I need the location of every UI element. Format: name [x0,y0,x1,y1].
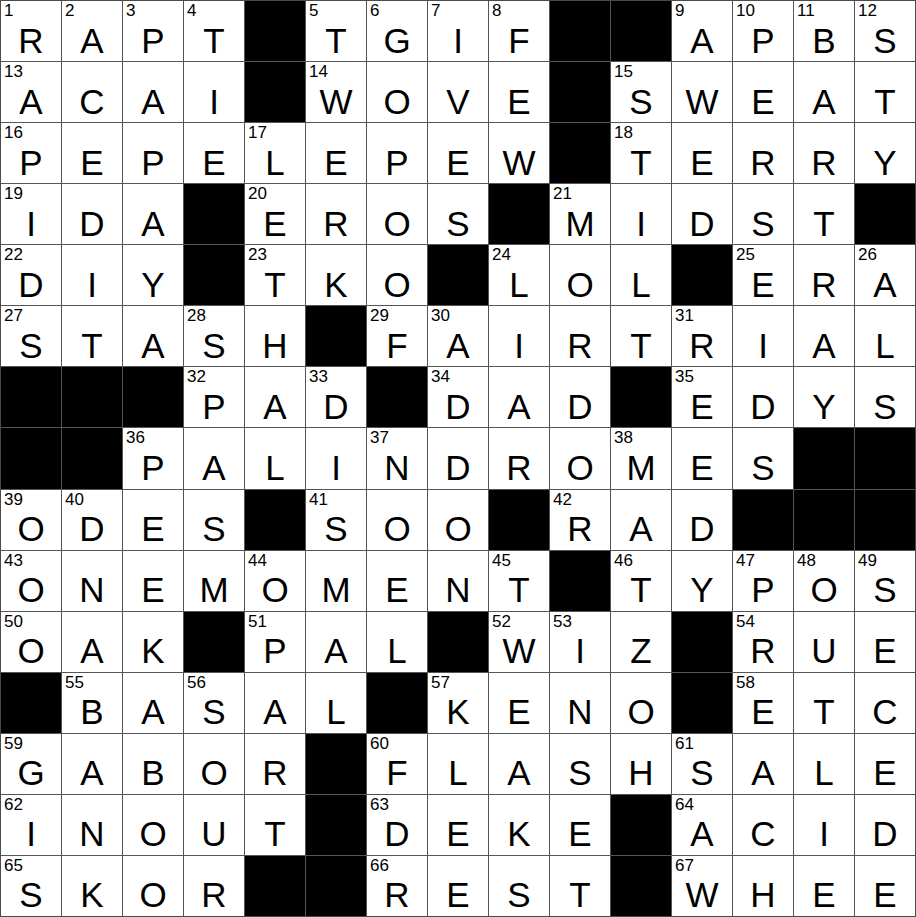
cell-r4c6[interactable]: R [306,184,366,244]
cell-letter: P [1,144,61,183]
cell-letter: E [550,815,610,854]
cell-r7c9[interactable]: A [489,367,549,427]
cell-letter: K [123,632,183,671]
cell-r10c13[interactable]: 47P [733,551,793,611]
cell-r10c11[interactable]: 46T [611,551,671,611]
cell-letter: A [123,83,183,122]
cell-r2c14[interactable]: A [794,62,854,122]
cell-letter: R [245,754,305,793]
cell-r7c4[interactable]: 32P [184,367,244,427]
cell-letter: A [794,327,854,366]
clue-number: 66 [370,857,389,876]
cell-r5c7[interactable]: O [367,245,427,305]
cell-r11c14[interactable]: U [794,612,854,672]
cell-r2c2[interactable]: C [62,62,122,122]
cell-r11c1[interactable]: 50O [1,612,61,672]
cell-r8c7[interactable]: 37N [367,428,427,488]
cell-r5c11[interactable]: L [611,245,671,305]
cell-r8c6[interactable]: I [306,428,366,488]
clue-number: 3 [126,2,135,21]
clue-number: 30 [431,307,450,326]
cell-r4c5[interactable]: 20E [245,184,305,244]
cell-letter: A [245,388,305,427]
cell-r4c10[interactable]: 21M [550,184,610,244]
cell-r2c12[interactable]: W [672,62,732,122]
cell-r15c9[interactable]: S [489,856,549,916]
cell-r9c2[interactable]: 40D [62,490,122,550]
cell-r2c7[interactable]: O [367,62,427,122]
cell-letter: A [672,815,732,854]
cell-r13c7[interactable]: 60F [367,734,427,794]
cell-letter: D [306,388,366,427]
clue-number: 23 [248,246,267,265]
cell-r14c1[interactable]: 62I [1,795,61,855]
cell-r1c4[interactable]: 4T [184,1,244,61]
cell-r14c12[interactable]: 64A [672,795,732,855]
cell-r13c5[interactable]: R [245,734,305,794]
cell-r2c15[interactable]: T [855,62,915,122]
cell-r3c15[interactable]: Y [855,123,915,183]
cell-r9c10[interactable]: 42R [550,490,610,550]
cell-r9c8[interactable]: O [428,490,488,550]
cell-letter: D [62,205,122,244]
cell-letter: O [1,632,61,671]
cell-r6c4[interactable]: 28S [184,306,244,366]
cell-letter: E [428,876,488,915]
cell-r14c7[interactable]: 63D [367,795,427,855]
clue-number: 53 [553,613,572,632]
black-cell-r15c5 [245,856,305,916]
black-cell-r12c12 [672,673,732,733]
cell-r1c13[interactable]: 10P [733,1,793,61]
cell-r8c11[interactable]: 38M [611,428,671,488]
cell-r11c6[interactable]: A [306,612,366,672]
cell-r5c2[interactable]: I [62,245,122,305]
black-cell-r4c15 [855,184,915,244]
cell-letter: A [62,754,122,793]
cell-r3c5[interactable]: 17L [245,123,305,183]
cell-r11c7[interactable]: L [367,612,427,672]
cell-r2c9[interactable]: E [489,62,549,122]
cell-r11c9[interactable]: 52W [489,612,549,672]
cell-letter: I [1,815,61,854]
cell-r6c3[interactable]: A [123,306,183,366]
cell-r8c10[interactable]: O [550,428,610,488]
cell-r13c14[interactable]: L [794,734,854,794]
cell-r2c3[interactable]: A [123,62,183,122]
cell-letter: Y [794,388,854,427]
cell-r12c5[interactable]: A [245,673,305,733]
clue-number: 57 [431,674,450,693]
cell-letter: K [428,693,488,732]
clue-number: 6 [370,2,379,21]
cell-r12c9[interactable]: E [489,673,549,733]
cell-letter: K [489,815,549,854]
cell-r15c3[interactable]: O [123,856,183,916]
cell-r12c8[interactable]: 57K [428,673,488,733]
black-cell-r1c10 [550,1,610,61]
cell-r6c7[interactable]: 29F [367,306,427,366]
cell-r6c8[interactable]: 30A [428,306,488,366]
cell-letter: Z [611,632,671,671]
cell-r10c12[interactable]: Y [672,551,732,611]
cell-r13c11[interactable]: H [611,734,671,794]
cell-r5c14[interactable]: R [794,245,854,305]
cell-letter: C [62,83,122,122]
cell-r1c15[interactable]: 12S [855,1,915,61]
cell-r10c8[interactable]: N [428,551,488,611]
cell-letter: D [672,205,732,244]
cell-letter: E [733,693,793,732]
cell-r11c11[interactable]: Z [611,612,671,672]
cell-r6c2[interactable]: T [62,306,122,366]
clue-number: 61 [675,735,694,754]
cell-letter: I [794,815,854,854]
cell-r12c2[interactable]: 55B [62,673,122,733]
cell-letter: O [245,571,305,610]
cell-r4c14[interactable]: T [794,184,854,244]
clue-number: 32 [187,368,206,387]
cell-r3c3[interactable]: P [123,123,183,183]
cell-letter: N [62,571,122,610]
cell-letter: A [184,449,244,488]
cell-r9c4[interactable]: S [184,490,244,550]
cell-r2c1[interactable]: 13A [1,62,61,122]
cell-letter: A [428,327,488,366]
clue-number: 10 [736,2,755,21]
cell-r7c12[interactable]: 35E [672,367,732,427]
clue-number: 60 [370,735,389,754]
cell-r13c15[interactable]: E [855,734,915,794]
cell-letter: E [62,144,122,183]
cell-r9c6[interactable]: 41S [306,490,366,550]
cell-letter: P [733,22,793,61]
clue-number: 33 [309,368,328,387]
cell-r5c3[interactable]: Y [123,245,183,305]
cell-r9c11[interactable]: A [611,490,671,550]
cell-letter: H [611,754,671,793]
clue-number: 48 [797,552,816,571]
cell-letter: R [733,632,793,671]
cell-letter: B [123,754,183,793]
clue-number: 50 [4,613,23,632]
cell-r14c14[interactable]: I [794,795,854,855]
cell-r2c13[interactable]: E [733,62,793,122]
clue-number: 8 [492,2,501,21]
cell-r9c3[interactable]: E [123,490,183,550]
cell-r2c8[interactable]: V [428,62,488,122]
cell-r3c12[interactable]: E [672,123,732,183]
cell-r8c4[interactable]: A [184,428,244,488]
cell-letter: I [306,449,366,488]
cell-letter: S [672,754,732,793]
cell-r8c5[interactable]: L [245,428,305,488]
cell-r12c14[interactable]: T [794,673,854,733]
cell-letter: T [794,693,854,732]
cell-r8c9[interactable]: R [489,428,549,488]
cell-letter: I [428,22,488,61]
cell-letter: A [245,693,305,732]
black-cell-r2c5 [245,62,305,122]
clue-number: 5 [309,2,318,21]
cell-r11c5[interactable]: 51P [245,612,305,672]
black-cell-r5c12 [672,245,732,305]
cell-r5c6[interactable]: K [306,245,366,305]
cell-r3c13[interactable]: R [733,123,793,183]
cell-r12c6[interactable]: L [306,673,366,733]
cell-letter: E [794,876,854,915]
cell-letter: D [367,815,427,854]
cell-r14c4[interactable]: U [184,795,244,855]
cell-r10c7[interactable]: E [367,551,427,611]
cell-r4c3[interactable]: A [123,184,183,244]
cell-r13c4[interactable]: O [184,734,244,794]
cell-r10c6[interactable]: M [306,551,366,611]
black-cell-r14c11 [611,795,671,855]
cell-r10c15[interactable]: 49S [855,551,915,611]
cell-letter: U [184,815,244,854]
cell-r8c3[interactable]: 36P [123,428,183,488]
black-cell-r15c6 [306,856,366,916]
cell-r7c10[interactable]: D [550,367,610,427]
cell-letter: F [367,754,427,793]
cell-r3c2[interactable]: E [62,123,122,183]
clue-number: 16 [4,124,23,143]
cell-r6c12[interactable]: 31R [672,306,732,366]
cell-r1c9[interactable]: 8F [489,1,549,61]
cell-r3c4[interactable]: E [184,123,244,183]
cell-r4c2[interactable]: D [62,184,122,244]
cell-r15c2[interactable]: K [62,856,122,916]
cell-r9c12[interactable]: D [672,490,732,550]
clue-number: 41 [309,491,328,510]
cell-r14c9[interactable]: K [489,795,549,855]
black-cell-r11c8 [428,612,488,672]
cell-letter: R [550,327,610,366]
cell-r2c11[interactable]: 15S [611,62,671,122]
cell-r13c13[interactable]: A [733,734,793,794]
cell-r4c8[interactable]: S [428,184,488,244]
cell-r2c4[interactable]: I [184,62,244,122]
cell-letter: N [428,571,488,610]
cell-letter: D [855,815,915,854]
cell-r13c1[interactable]: 59G [1,734,61,794]
cell-r15c1[interactable]: 65S [1,856,61,916]
cell-letter: S [855,388,915,427]
cell-r11c15[interactable]: E [855,612,915,672]
clue-number: 63 [370,796,389,815]
cell-r11c3[interactable]: K [123,612,183,672]
black-cell-r4c4 [184,184,244,244]
cell-r15c12[interactable]: 67W [672,856,732,916]
cell-r10c9[interactable]: 45T [489,551,549,611]
cell-r6c11[interactable]: T [611,306,671,366]
cell-r4c11[interactable]: I [611,184,671,244]
cell-letter: Y [855,144,915,183]
cell-r7c15[interactable]: S [855,367,915,427]
cell-r4c7[interactable]: O [367,184,427,244]
cell-letter: O [550,449,610,488]
cell-r10c1[interactable]: 43O [1,551,61,611]
clue-number: 1 [4,2,13,21]
black-cell-r9c9 [489,490,549,550]
cell-r7c8[interactable]: 34D [428,367,488,427]
cell-letter: E [733,266,793,305]
cell-r1c12[interactable]: 9A [672,1,732,61]
cell-letter: O [611,693,671,732]
cell-r13c10[interactable]: S [550,734,610,794]
cell-r1c3[interactable]: 3P [123,1,183,61]
cell-letter: V [428,83,488,122]
clue-number: 15 [614,63,633,82]
cell-letter: E [306,144,366,183]
cell-r6c15[interactable]: L [855,306,915,366]
cell-r12c11[interactable]: O [611,673,671,733]
cell-r3c11[interactable]: 18T [611,123,671,183]
cell-letter: A [489,754,549,793]
cell-r15c15[interactable]: E [855,856,915,916]
cell-r13c3[interactable]: B [123,734,183,794]
black-cell-r11c4 [184,612,244,672]
cell-r5c10[interactable]: O [550,245,610,305]
cell-r12c3[interactable]: A [123,673,183,733]
cell-letter: C [855,693,915,732]
cell-letter: A [794,83,854,122]
cell-letter: E [428,815,488,854]
cell-r11c2[interactable]: A [62,612,122,672]
cell-r6c10[interactable]: R [550,306,610,366]
cell-r15c10[interactable]: T [550,856,610,916]
cell-r11c10[interactable]: 53I [550,612,610,672]
cell-r15c7[interactable]: 66R [367,856,427,916]
cell-letter: O [1,510,61,549]
cell-r1c14[interactable]: 11B [794,1,854,61]
cell-r10c14[interactable]: 48O [794,551,854,611]
clue-number: 45 [492,552,511,571]
clue-number: 31 [675,307,694,326]
cell-letter: D [1,266,61,305]
cell-letter: P [245,632,305,671]
cell-r8c13[interactable]: S [733,428,793,488]
cell-r3c9[interactable]: W [489,123,549,183]
cell-letter: I [611,205,671,244]
cell-r9c7[interactable]: O [367,490,427,550]
cell-r1c8[interactable]: 7I [428,1,488,61]
cell-r12c15[interactable]: C [855,673,915,733]
cell-r2c6[interactable]: 14W [306,62,366,122]
cell-letter: A [489,388,549,427]
cell-r14c3[interactable]: O [123,795,183,855]
cell-letter: W [489,632,549,671]
black-cell-r9c15 [855,490,915,550]
cell-r14c10[interactable]: E [550,795,610,855]
cell-r5c9[interactable]: 24L [489,245,549,305]
cell-r10c2[interactable]: N [62,551,122,611]
cell-r7c6[interactable]: 33D [306,367,366,427]
cell-r11c13[interactable]: 54R [733,612,793,672]
cell-r13c9[interactable]: A [489,734,549,794]
cell-letter: O [367,83,427,122]
cell-r6c14[interactable]: A [794,306,854,366]
cell-r6c1[interactable]: 27S [1,306,61,366]
clue-number: 67 [675,857,694,876]
crossword-grid: 1R2A3P4T5T6G7I8F9A10P11B12S13ACAI14WOVE1… [0,0,916,917]
clue-number: 11 [797,2,815,21]
cell-r5c13[interactable]: 25E [733,245,793,305]
cell-r12c13[interactable]: 58E [733,673,793,733]
cell-r14c15[interactable]: D [855,795,915,855]
cell-letter: S [184,510,244,549]
cell-r10c4[interactable]: M [184,551,244,611]
cell-r4c12[interactable]: D [672,184,732,244]
cell-r6c5[interactable]: H [245,306,305,366]
cell-r5c5[interactable]: 23T [245,245,305,305]
cell-r15c4[interactable]: R [184,856,244,916]
cell-r12c10[interactable]: N [550,673,610,733]
cell-r3c8[interactable]: E [428,123,488,183]
cell-r7c5[interactable]: A [245,367,305,427]
cell-r14c2[interactable]: N [62,795,122,855]
cell-r14c13[interactable]: C [733,795,793,855]
cell-r12c4[interactable]: 56S [184,673,244,733]
cell-r13c12[interactable]: 61S [672,734,732,794]
black-cell-r7c1 [1,367,61,427]
cell-letter: S [184,693,244,732]
black-cell-r15c11 [611,856,671,916]
cell-r10c5[interactable]: 44O [245,551,305,611]
cell-r9c1[interactable]: 39O [1,490,61,550]
cell-r8c12[interactable]: E [672,428,732,488]
cell-r13c2[interactable]: A [62,734,122,794]
cell-r3c7[interactable]: P [367,123,427,183]
cell-r15c13[interactable]: H [733,856,793,916]
cell-r10c3[interactable]: E [123,551,183,611]
cell-letter: L [611,266,671,305]
cell-r4c1[interactable]: 19I [1,184,61,244]
cell-r4c13[interactable]: S [733,184,793,244]
cell-r14c5[interactable]: T [245,795,305,855]
cell-r3c1[interactable]: 16P [1,123,61,183]
black-cell-r7c3 [123,367,183,427]
cell-r14c8[interactable]: E [428,795,488,855]
cell-r5c1[interactable]: 22D [1,245,61,305]
cell-letter: A [123,327,183,366]
clue-number: 47 [736,552,755,571]
cell-r1c7[interactable]: 6G [367,1,427,61]
cell-r5c15[interactable]: 26A [855,245,915,305]
clue-number: 19 [4,185,23,204]
cell-r15c14[interactable]: E [794,856,854,916]
cell-r7c14[interactable]: Y [794,367,854,427]
clue-number: 52 [492,613,511,632]
cell-r15c8[interactable]: E [428,856,488,916]
cell-r6c13[interactable]: I [733,306,793,366]
cell-letter: M [306,571,366,610]
cell-r1c1[interactable]: 1R [1,1,61,61]
cell-r3c14[interactable]: R [794,123,854,183]
cell-r1c2[interactable]: 2A [62,1,122,61]
cell-r8c8[interactable]: D [428,428,488,488]
cell-r6c9[interactable]: I [489,306,549,366]
cell-letter: R [1,22,61,61]
cell-letter: E [184,144,244,183]
cell-r3c6[interactable]: E [306,123,366,183]
cell-r1c6[interactable]: 5T [306,1,366,61]
cell-r7c13[interactable]: D [733,367,793,427]
cell-r13c8[interactable]: L [428,734,488,794]
cell-letter: A [855,266,915,305]
cell-letter: T [794,205,854,244]
